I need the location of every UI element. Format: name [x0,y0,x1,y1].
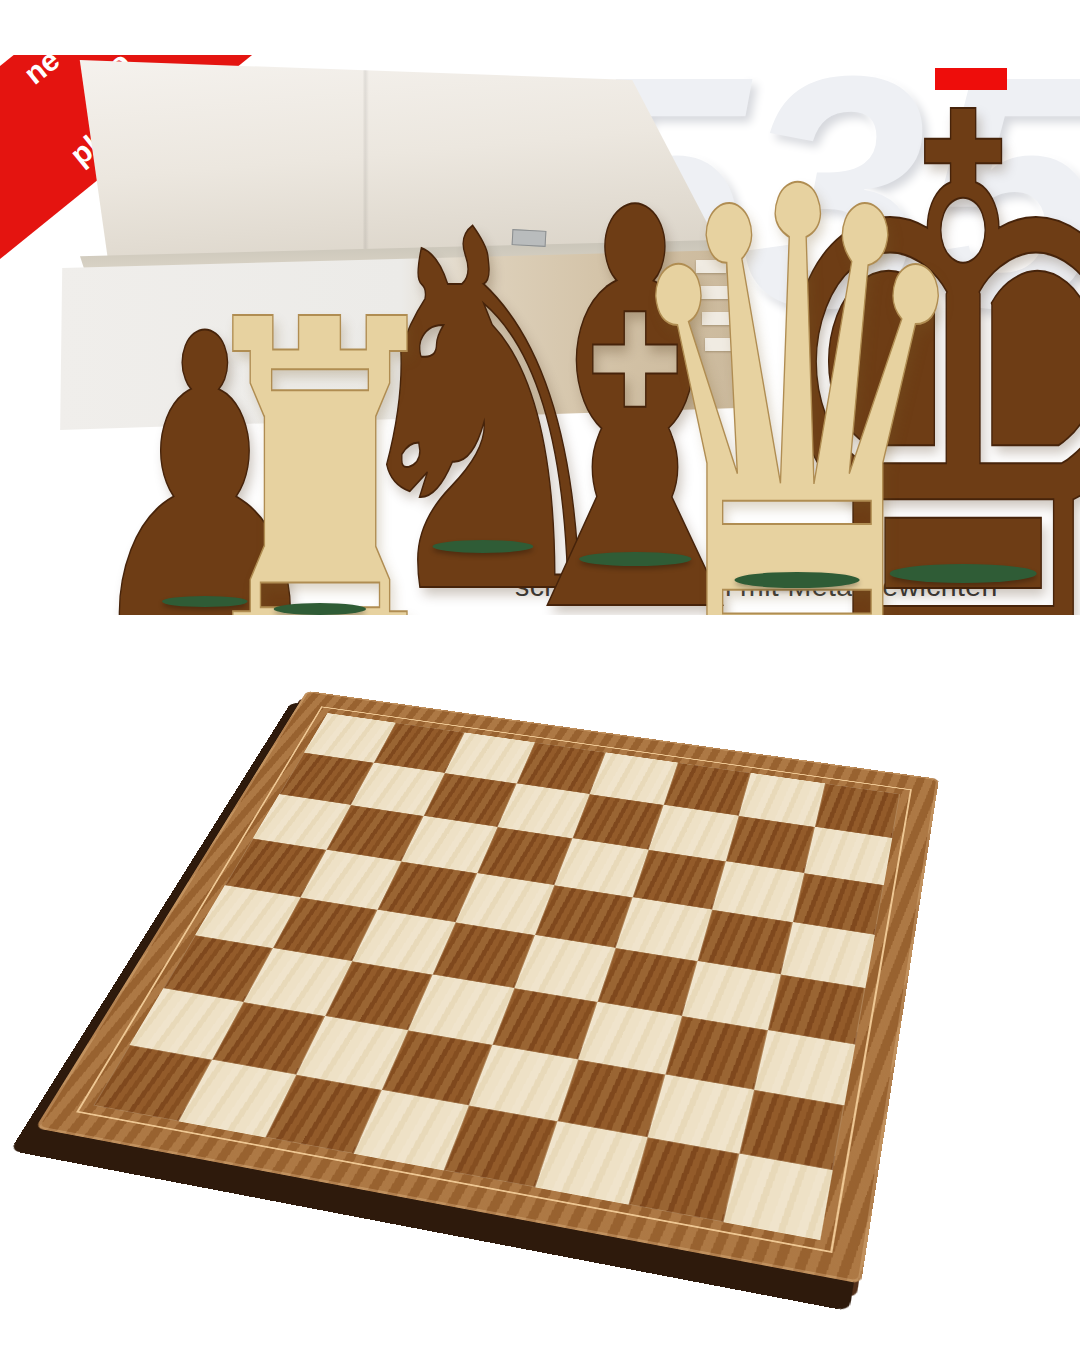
piece-queen: ♛ [610,111,985,615]
chessboard [35,691,939,1284]
square-r8c6 [535,1121,647,1204]
board-grid [93,713,900,1240]
board-frame [35,691,939,1284]
piece-rook: ♜ [181,262,458,615]
square-r8c8 [723,1154,832,1241]
product-photo-page: ne wo plomb 535 ♟♜♞♝♛♚ schwere Figuren m… [0,0,1080,1350]
product-photo: ne wo plomb 535 ♟♜♞♝♛♚ schwere Figuren m… [0,55,1080,615]
square-r8c7 [629,1137,740,1222]
